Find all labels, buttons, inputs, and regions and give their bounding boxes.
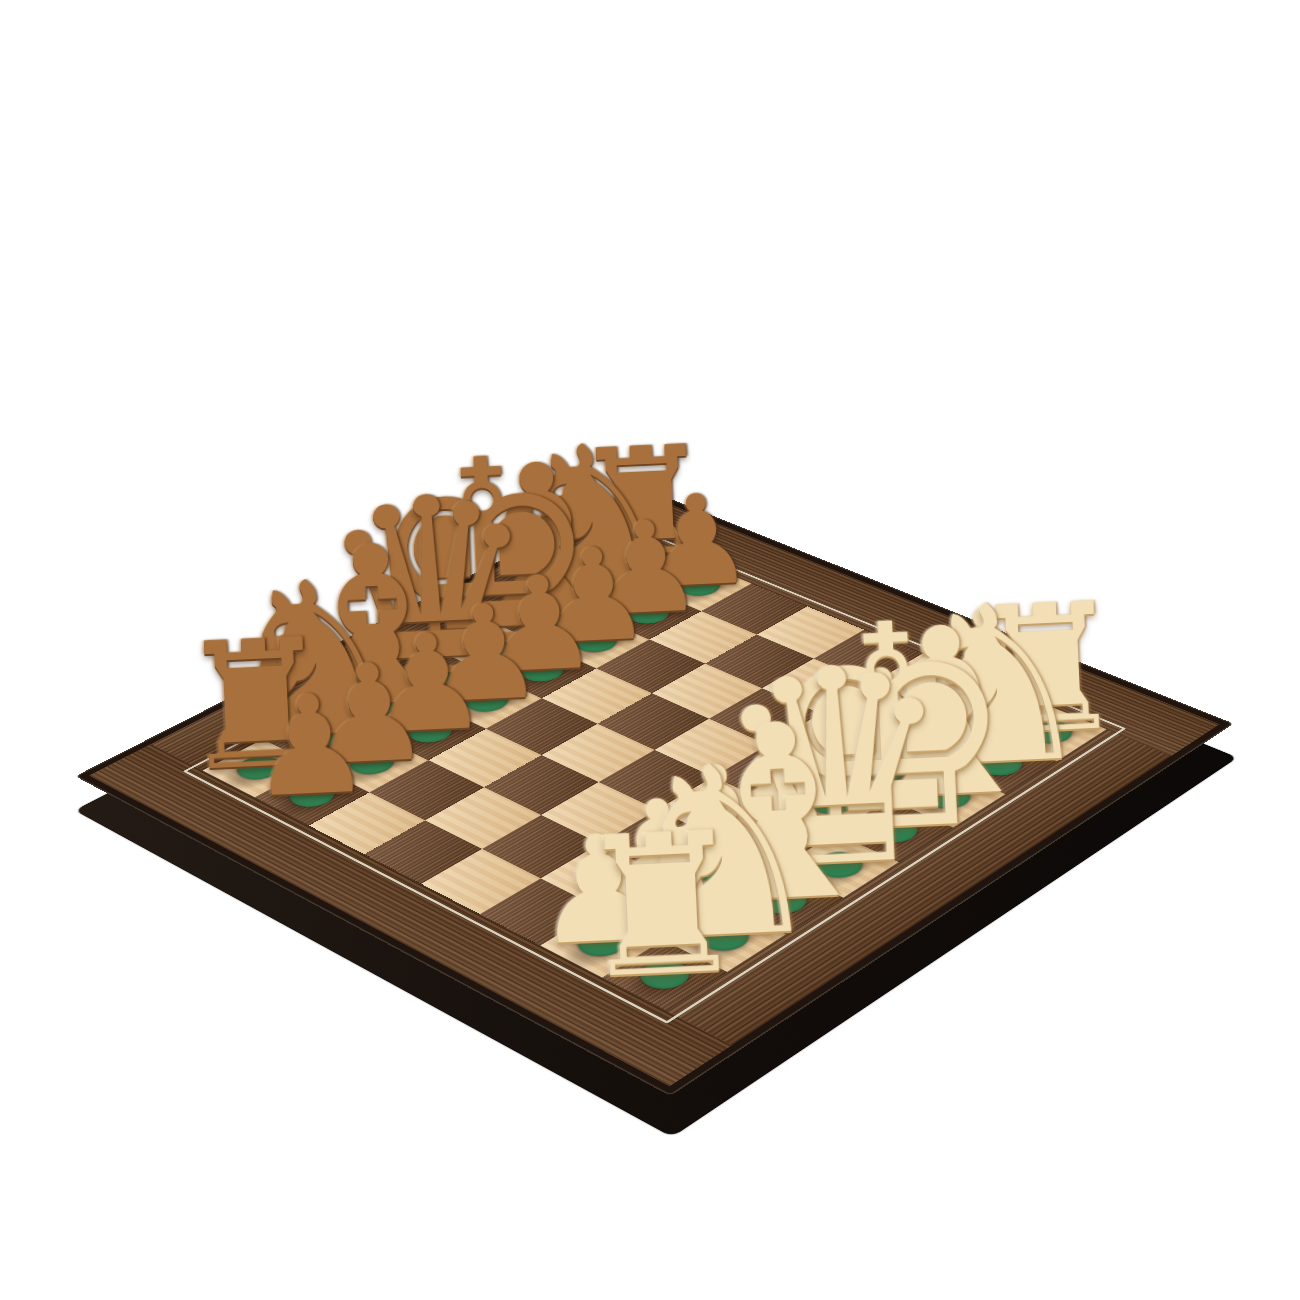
chess-board: ♜♞♝♛♚♝♞♜♟♟♟♟♟♟♟♟♟♟♟♟♟♟♟♟♜♞♝♛♚♝♞♜: [75, 488, 1233, 1096]
camera-tilt: ♜♞♝♛♚♝♞♜♟♟♟♟♟♟♟♟♟♟♟♟♟♟♟♟♜♞♝♛♚♝♞♜: [0, 0, 1300, 1300]
scene-3d: ♜♞♝♛♚♝♞♜♟♟♟♟♟♟♟♟♟♟♟♟♟♟♟♟♜♞♝♛♚♝♞♜: [0, 0, 1300, 1300]
product-photo-canvas: ♜♞♝♛♚♝♞♜♟♟♟♟♟♟♟♟♟♟♟♟♟♟♟♟♜♞♝♛♚♝♞♜: [0, 0, 1300, 1300]
